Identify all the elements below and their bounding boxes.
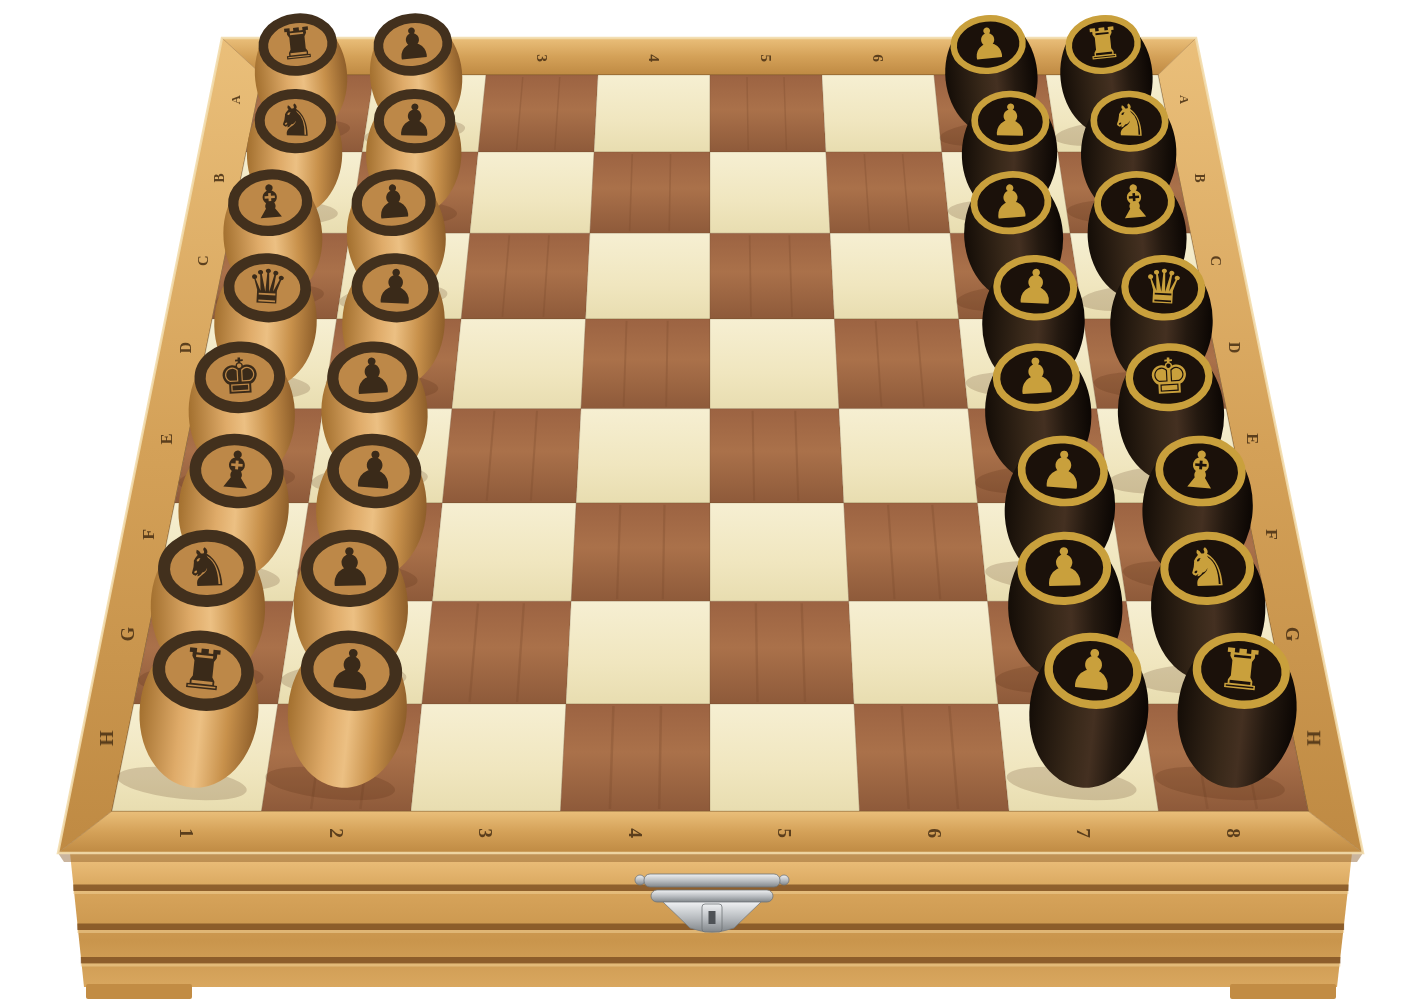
pawn-glyph-icon: ♟ <box>1040 536 1089 598</box>
king-glyph-icon: ♚ <box>217 347 264 406</box>
latch-finial-left <box>635 875 645 885</box>
square-surface <box>411 704 566 811</box>
file-label-right-f: F <box>1262 529 1282 540</box>
square-surface <box>710 601 854 704</box>
square-a5[interactable] <box>710 75 826 152</box>
file-label-right-h: H <box>1303 731 1325 747</box>
square-e3[interactable] <box>442 409 581 503</box>
file-label-right-g: G <box>1282 627 1303 642</box>
pawn-glyph-icon: ♟ <box>1013 258 1058 315</box>
box-foot-right <box>1230 984 1336 999</box>
rank-label-bottom-2: 2 <box>326 828 347 838</box>
rank-label-top-3: 3 <box>534 54 551 62</box>
rank-label-bottom-3: 3 <box>475 828 496 838</box>
square-h4[interactable] <box>561 704 711 811</box>
file-label-left-d: D <box>177 342 194 353</box>
square-c4[interactable] <box>586 233 710 319</box>
pawn-glyph-icon: ♟ <box>1013 347 1060 406</box>
rank-label-bottom-1: 1 <box>176 828 197 838</box>
square-g3[interactable] <box>422 601 571 704</box>
square-surface <box>710 704 860 811</box>
square-surface <box>830 233 959 319</box>
square-surface <box>566 601 710 704</box>
square-surface <box>442 409 581 503</box>
frame-bottom-rail <box>58 811 1363 853</box>
square-d6[interactable] <box>834 319 968 409</box>
rank-label-bottom-5: 5 <box>774 828 795 838</box>
pawn-glyph-icon: ♟ <box>325 536 374 598</box>
square-surface <box>422 601 571 704</box>
square-surface <box>594 75 710 152</box>
rank-label-top-5: 5 <box>758 54 775 62</box>
square-surface <box>710 75 826 152</box>
square-a6[interactable] <box>822 75 942 152</box>
square-surface <box>844 503 988 601</box>
pawn-glyph-icon: ♟ <box>324 635 379 704</box>
lid-shadow <box>58 853 1363 862</box>
square-surface <box>561 704 711 811</box>
pawn-glyph-icon: ♟ <box>349 439 399 501</box>
file-label-right-c: C <box>1208 255 1224 266</box>
pawn-glyph-icon: ♟ <box>1065 635 1120 704</box>
square-surface <box>432 503 576 601</box>
file-label-right-e: E <box>1243 433 1262 444</box>
scene-container: AABBCCDDEEFFGGHH1122334455667788♜♟♟♜♞♟♟♞… <box>0 0 1417 1008</box>
square-surface <box>710 503 849 601</box>
square-a4[interactable] <box>594 75 710 152</box>
rook-glyph-icon: ♜ <box>276 17 319 70</box>
square-b5[interactable] <box>710 152 830 233</box>
frame-top-rail <box>222 38 1196 75</box>
pawn-glyph-icon: ♟ <box>373 258 418 315</box>
pawn-glyph-icon: ♟ <box>349 347 396 406</box>
square-b4[interactable] <box>590 152 710 233</box>
box-groove <box>81 957 1341 964</box>
queen-glyph-icon: ♛ <box>1141 258 1186 315</box>
square-surface <box>571 503 710 601</box>
square-g6[interactable] <box>849 601 998 704</box>
rank-label-bottom-7: 7 <box>1073 828 1094 838</box>
file-label-right-a: A <box>1177 95 1191 104</box>
square-d4[interactable] <box>581 319 710 409</box>
square-a3[interactable] <box>478 75 598 152</box>
square-d3[interactable] <box>452 319 586 409</box>
square-d5[interactable] <box>710 319 839 409</box>
square-surface <box>590 152 710 233</box>
latch-finial-right <box>779 875 789 885</box>
pawn-glyph-icon: ♟ <box>391 17 434 70</box>
rank-label-top-4: 4 <box>646 54 663 62</box>
knight-glyph-icon: ♞ <box>183 536 232 598</box>
square-f5[interactable] <box>710 503 849 601</box>
file-label-left-b: B <box>212 173 227 182</box>
box-foot-left <box>86 984 192 999</box>
square-h5[interactable] <box>710 704 860 811</box>
square-c5[interactable] <box>710 233 834 319</box>
square-surface <box>452 319 586 409</box>
square-b6[interactable] <box>826 152 950 233</box>
file-label-left-c: C <box>195 255 211 266</box>
knight-glyph-icon: ♞ <box>1183 536 1232 598</box>
latch-key-slot <box>709 911 716 924</box>
square-f3[interactable] <box>432 503 576 601</box>
square-surface <box>854 704 1009 811</box>
pawn-glyph-icon: ♟ <box>371 174 416 230</box>
knight-glyph-icon: ♞ <box>1109 94 1150 146</box>
square-surface <box>834 319 968 409</box>
square-surface <box>710 152 830 233</box>
square-c6[interactable] <box>830 233 959 319</box>
wood-grain <box>756 603 758 702</box>
king-glyph-icon: ♚ <box>1146 347 1193 406</box>
square-e5[interactable] <box>710 409 844 503</box>
rook-glyph-icon: ♜ <box>1214 635 1269 704</box>
square-surface <box>839 409 978 503</box>
square-surface <box>710 233 834 319</box>
square-surface <box>710 409 844 503</box>
square-f4[interactable] <box>571 503 710 601</box>
box-groove-highlight <box>81 963 1341 966</box>
bishop-glyph-icon: ♝ <box>1112 174 1157 230</box>
bishop-glyph-icon: ♝ <box>248 174 293 230</box>
square-h3[interactable] <box>411 704 566 811</box>
bishop-glyph-icon: ♝ <box>212 439 262 501</box>
file-label-left-e: E <box>157 433 176 444</box>
square-surface <box>710 319 839 409</box>
latch-bar-bottom <box>651 890 773 902</box>
rook-glyph-icon: ♜ <box>176 635 231 704</box>
square-surface <box>576 409 710 503</box>
chess-box-photo: AABBCCDDEEFFGGHH1122334455667788♜♟♟♜♞♟♟♞… <box>0 0 1417 1008</box>
file-label-left-h: H <box>95 730 117 746</box>
square-h6[interactable] <box>854 704 1009 811</box>
square-surface <box>849 601 998 704</box>
pawn-glyph-icon: ♟ <box>967 17 1010 70</box>
wood-grain <box>659 706 661 809</box>
rank-label-bottom-6: 6 <box>924 828 945 838</box>
square-surface <box>822 75 942 152</box>
rook-glyph-icon: ♜ <box>1082 17 1125 70</box>
latch-bar-top <box>644 874 780 887</box>
queen-glyph-icon: ♛ <box>245 258 290 315</box>
square-c3[interactable] <box>461 233 590 319</box>
square-surface <box>461 233 590 319</box>
bishop-glyph-icon: ♝ <box>1176 439 1226 501</box>
file-label-left-f: F <box>138 529 158 540</box>
square-g4[interactable] <box>566 601 710 704</box>
pawn-glyph-icon: ♟ <box>1038 439 1088 501</box>
rank-label-top-6: 6 <box>870 54 887 62</box>
rank-label-bottom-4: 4 <box>625 828 646 838</box>
square-e4[interactable] <box>576 409 710 503</box>
square-surface <box>581 319 710 409</box>
square-surface <box>470 152 594 233</box>
square-g5[interactable] <box>710 601 854 704</box>
file-label-right-b: B <box>1192 173 1207 182</box>
square-surface <box>826 152 950 233</box>
pawn-glyph-icon: ♟ <box>989 174 1034 230</box>
knight-glyph-icon: ♞ <box>275 94 316 146</box>
square-f6[interactable] <box>844 503 988 601</box>
square-surface <box>586 233 710 319</box>
rank-label-bottom-8: 8 <box>1223 828 1244 838</box>
file-label-left-g: G <box>117 626 138 641</box>
square-b3[interactable] <box>470 152 594 233</box>
square-surface <box>478 75 598 152</box>
pawn-glyph-icon: ♟ <box>394 94 435 146</box>
square-e6[interactable] <box>839 409 978 503</box>
pawn-glyph-icon: ♟ <box>990 94 1031 146</box>
file-label-right-d: D <box>1226 342 1243 353</box>
file-label-left-a: A <box>229 95 243 104</box>
